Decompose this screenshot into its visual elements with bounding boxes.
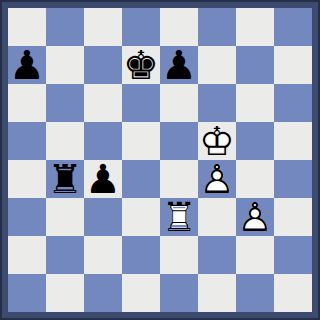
square-f7[interactable] <box>198 46 236 84</box>
square-a6[interactable] <box>8 84 46 122</box>
square-e7[interactable]: ♟ <box>160 46 198 84</box>
square-f6[interactable] <box>198 84 236 122</box>
square-f1[interactable] <box>198 274 236 312</box>
square-e1[interactable] <box>160 274 198 312</box>
square-g8[interactable] <box>236 8 274 46</box>
white-pawn: ♙ <box>198 160 236 198</box>
square-g4[interactable] <box>236 160 274 198</box>
square-d1[interactable] <box>122 274 160 312</box>
white-pawn: ♙ <box>236 198 274 236</box>
square-e2[interactable] <box>160 236 198 274</box>
square-b4[interactable]: ♜ <box>46 160 84 198</box>
square-c8[interactable] <box>84 8 122 46</box>
square-a1[interactable] <box>8 274 46 312</box>
square-a7[interactable]: ♟ <box>8 46 46 84</box>
square-b3[interactable] <box>46 198 84 236</box>
square-g3[interactable]: ♟♙ <box>236 198 274 236</box>
white-pawn-fill: ♟ <box>236 198 274 236</box>
square-a3[interactable] <box>8 198 46 236</box>
chess-board-frame: ♟♚♟♚♔♜♟♟♙♜♖♟♙ <box>0 0 320 320</box>
square-c4[interactable]: ♟ <box>84 160 122 198</box>
square-b2[interactable] <box>46 236 84 274</box>
square-h6[interactable] <box>274 84 312 122</box>
square-h2[interactable] <box>274 236 312 274</box>
white-rook-fill: ♜ <box>160 198 198 236</box>
square-d4[interactable] <box>122 160 160 198</box>
square-c7[interactable] <box>84 46 122 84</box>
square-g7[interactable] <box>236 46 274 84</box>
square-a5[interactable] <box>8 122 46 160</box>
white-rook: ♖ <box>160 198 198 236</box>
square-h8[interactable] <box>274 8 312 46</box>
chess-board: ♟♚♟♚♔♜♟♟♙♜♖♟♙ <box>8 8 312 312</box>
square-f5[interactable]: ♚♔ <box>198 122 236 160</box>
square-h5[interactable] <box>274 122 312 160</box>
square-d5[interactable] <box>122 122 160 160</box>
square-c3[interactable] <box>84 198 122 236</box>
square-g5[interactable] <box>236 122 274 160</box>
black-pawn: ♟ <box>8 46 46 84</box>
square-a2[interactable] <box>8 236 46 274</box>
black-king: ♚ <box>122 46 160 84</box>
white-king: ♔ <box>198 122 236 160</box>
square-c1[interactable] <box>84 274 122 312</box>
square-g2[interactable] <box>236 236 274 274</box>
square-e6[interactable] <box>160 84 198 122</box>
square-b1[interactable] <box>46 274 84 312</box>
black-pawn: ♟ <box>84 160 122 198</box>
square-e5[interactable] <box>160 122 198 160</box>
square-e3[interactable]: ♜♖ <box>160 198 198 236</box>
square-c6[interactable] <box>84 84 122 122</box>
white-pawn-fill: ♟ <box>198 160 236 198</box>
square-d7[interactable]: ♚ <box>122 46 160 84</box>
square-d3[interactable] <box>122 198 160 236</box>
square-a4[interactable] <box>8 160 46 198</box>
square-b5[interactable] <box>46 122 84 160</box>
square-d2[interactable] <box>122 236 160 274</box>
square-d8[interactable] <box>122 8 160 46</box>
square-f8[interactable] <box>198 8 236 46</box>
square-a8[interactable] <box>8 8 46 46</box>
square-g6[interactable] <box>236 84 274 122</box>
square-b6[interactable] <box>46 84 84 122</box>
square-h1[interactable] <box>274 274 312 312</box>
square-g1[interactable] <box>236 274 274 312</box>
square-h4[interactable] <box>274 160 312 198</box>
square-e4[interactable] <box>160 160 198 198</box>
square-b8[interactable] <box>46 8 84 46</box>
square-f4[interactable]: ♟♙ <box>198 160 236 198</box>
square-h7[interactable] <box>274 46 312 84</box>
square-f2[interactable] <box>198 236 236 274</box>
square-e8[interactable] <box>160 8 198 46</box>
square-c5[interactable] <box>84 122 122 160</box>
black-rook: ♜ <box>46 160 84 198</box>
black-pawn: ♟ <box>160 46 198 84</box>
square-d6[interactable] <box>122 84 160 122</box>
square-h3[interactable] <box>274 198 312 236</box>
square-f3[interactable] <box>198 198 236 236</box>
square-b7[interactable] <box>46 46 84 84</box>
square-c2[interactable] <box>84 236 122 274</box>
white-king-fill: ♚ <box>198 122 236 160</box>
